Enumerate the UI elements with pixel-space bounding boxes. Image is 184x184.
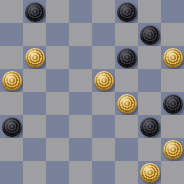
square-b5[interactable] bbox=[23, 69, 46, 92]
white-man-e5[interactable]: ⛀ bbox=[94, 71, 114, 91]
square-d2[interactable] bbox=[69, 138, 92, 161]
square-g3[interactable]: ⛂ bbox=[138, 115, 161, 138]
square-f5[interactable] bbox=[115, 69, 138, 92]
white-man-h2[interactable]: ⛀ bbox=[163, 140, 183, 160]
square-h3[interactable] bbox=[161, 115, 184, 138]
square-b7[interactable] bbox=[23, 23, 46, 46]
square-e7[interactable] bbox=[92, 23, 115, 46]
square-d3[interactable] bbox=[69, 115, 92, 138]
square-c4[interactable] bbox=[46, 92, 69, 115]
square-f8[interactable]: ⛂ bbox=[115, 0, 138, 23]
square-f4[interactable]: ⛀ bbox=[115, 92, 138, 115]
square-d6[interactable] bbox=[69, 46, 92, 69]
square-e2[interactable] bbox=[92, 138, 115, 161]
square-a8[interactable] bbox=[0, 0, 23, 23]
square-e4[interactable] bbox=[92, 92, 115, 115]
square-g8[interactable] bbox=[138, 0, 161, 23]
square-a1[interactable] bbox=[0, 161, 23, 184]
black-man-b8[interactable]: ⛂ bbox=[25, 2, 45, 22]
square-a6[interactable] bbox=[0, 46, 23, 69]
checkers-board: ⛂⛂⛂⛀⛂⛀⛀⛀⛀⛂⛂⛂⛀⛀ bbox=[0, 0, 184, 184]
square-h4[interactable]: ⛂ bbox=[161, 92, 184, 115]
square-d5[interactable] bbox=[69, 69, 92, 92]
square-c2[interactable] bbox=[46, 138, 69, 161]
square-e5[interactable]: ⛀ bbox=[92, 69, 115, 92]
black-man-g7[interactable]: ⛂ bbox=[140, 25, 160, 45]
square-d7[interactable] bbox=[69, 23, 92, 46]
white-man-f4[interactable]: ⛀ bbox=[117, 94, 137, 114]
square-c3[interactable] bbox=[46, 115, 69, 138]
black-man-g3[interactable]: ⛂ bbox=[140, 117, 160, 137]
square-h8[interactable] bbox=[161, 0, 184, 23]
square-b3[interactable] bbox=[23, 115, 46, 138]
square-b1[interactable] bbox=[23, 161, 46, 184]
white-man-a5[interactable]: ⛀ bbox=[2, 71, 22, 91]
square-a5[interactable]: ⛀ bbox=[0, 69, 23, 92]
square-b2[interactable] bbox=[23, 138, 46, 161]
square-c1[interactable] bbox=[46, 161, 69, 184]
square-a2[interactable] bbox=[0, 138, 23, 161]
square-e6[interactable] bbox=[92, 46, 115, 69]
square-e3[interactable] bbox=[92, 115, 115, 138]
square-h2[interactable]: ⛀ bbox=[161, 138, 184, 161]
square-c8[interactable] bbox=[46, 0, 69, 23]
white-man-g1[interactable]: ⛀ bbox=[140, 163, 160, 183]
square-b4[interactable] bbox=[23, 92, 46, 115]
black-man-a3[interactable]: ⛂ bbox=[2, 117, 22, 137]
square-g5[interactable] bbox=[138, 69, 161, 92]
square-f6[interactable]: ⛂ bbox=[115, 46, 138, 69]
square-g4[interactable] bbox=[138, 92, 161, 115]
square-a3[interactable]: ⛂ bbox=[0, 115, 23, 138]
square-h7[interactable] bbox=[161, 23, 184, 46]
square-h5[interactable] bbox=[161, 69, 184, 92]
square-c5[interactable] bbox=[46, 69, 69, 92]
square-g1[interactable]: ⛀ bbox=[138, 161, 161, 184]
square-a4[interactable] bbox=[0, 92, 23, 115]
black-man-h4[interactable]: ⛂ bbox=[163, 94, 183, 114]
square-e1[interactable] bbox=[92, 161, 115, 184]
square-h6[interactable]: ⛀ bbox=[161, 46, 184, 69]
square-g7[interactable]: ⛂ bbox=[138, 23, 161, 46]
square-g2[interactable] bbox=[138, 138, 161, 161]
square-d4[interactable] bbox=[69, 92, 92, 115]
square-f1[interactable] bbox=[115, 161, 138, 184]
white-man-b6[interactable]: ⛀ bbox=[25, 48, 45, 68]
square-f3[interactable] bbox=[115, 115, 138, 138]
white-man-h6[interactable]: ⛀ bbox=[163, 48, 183, 68]
black-man-f8[interactable]: ⛂ bbox=[117, 2, 137, 22]
square-b8[interactable]: ⛂ bbox=[23, 0, 46, 23]
black-man-f6[interactable]: ⛂ bbox=[117, 48, 137, 68]
square-c7[interactable] bbox=[46, 23, 69, 46]
square-b6[interactable]: ⛀ bbox=[23, 46, 46, 69]
square-f7[interactable] bbox=[115, 23, 138, 46]
square-c6[interactable] bbox=[46, 46, 69, 69]
square-e8[interactable] bbox=[92, 0, 115, 23]
square-f2[interactable] bbox=[115, 138, 138, 161]
square-h1[interactable] bbox=[161, 161, 184, 184]
square-a7[interactable] bbox=[0, 23, 23, 46]
square-d1[interactable] bbox=[69, 161, 92, 184]
square-d8[interactable] bbox=[69, 0, 92, 23]
square-g6[interactable] bbox=[138, 46, 161, 69]
